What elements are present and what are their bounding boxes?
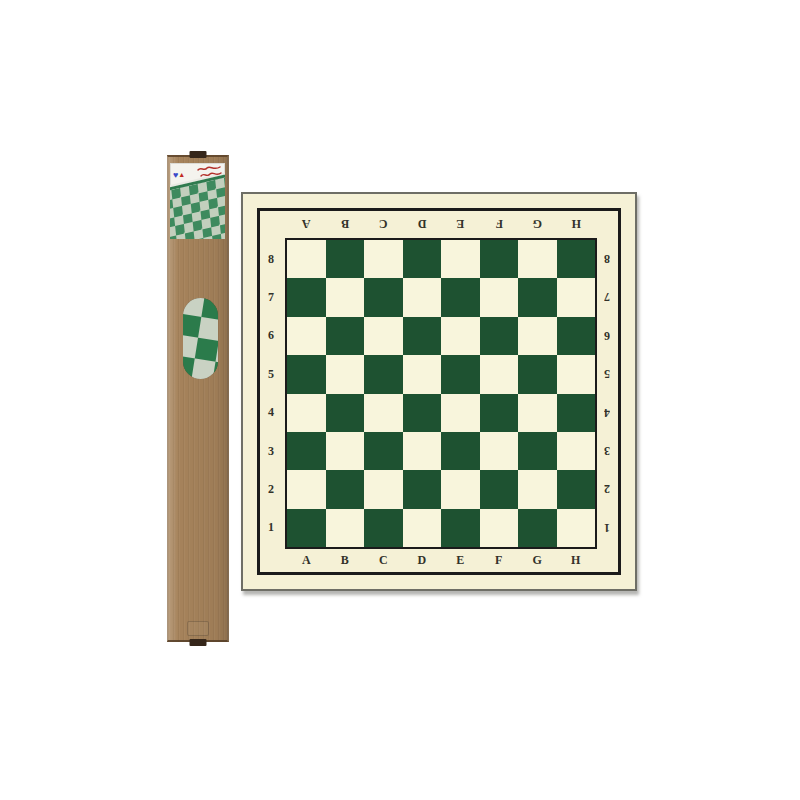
square-e2 xyxy=(441,470,480,508)
packaging-tube: ♥▲ xyxy=(167,155,229,642)
square-d6 xyxy=(403,317,442,355)
tube-top-tab xyxy=(189,151,206,158)
rank-label: 7 xyxy=(595,278,619,316)
product-photo: ♥▲ ABCDEFGH ABCDEFGH 87654321 87654321 xyxy=(0,0,800,800)
square-h1 xyxy=(557,509,596,547)
file-label: A xyxy=(287,548,326,572)
square-e1 xyxy=(441,509,480,547)
square-d7 xyxy=(403,278,442,316)
square-a5 xyxy=(287,355,326,393)
square-a8 xyxy=(287,240,326,278)
square-b5 xyxy=(326,355,365,393)
rank-label: 2 xyxy=(595,470,619,508)
file-label: F xyxy=(480,548,519,572)
file-label: B xyxy=(326,212,365,236)
rank-label: 3 xyxy=(259,432,283,470)
file-label: C xyxy=(364,212,403,236)
tube-emboss-mark xyxy=(187,621,209,636)
square-c3 xyxy=(364,432,403,470)
square-g3 xyxy=(518,432,557,470)
square-b6 xyxy=(326,317,365,355)
square-d3 xyxy=(403,432,442,470)
square-f7 xyxy=(480,278,519,316)
square-h3 xyxy=(557,432,596,470)
square-f5 xyxy=(480,355,519,393)
rank-label: 8 xyxy=(595,240,619,278)
file-label: F xyxy=(480,212,519,236)
brand-logo: ♥▲ xyxy=(173,165,185,181)
square-c2 xyxy=(364,470,403,508)
rank-label: 6 xyxy=(595,317,619,355)
square-g7 xyxy=(518,278,557,316)
rank-label: 6 xyxy=(259,317,283,355)
tube-label: ♥▲ xyxy=(170,163,225,239)
square-f2 xyxy=(480,470,519,508)
square-b1 xyxy=(326,509,365,547)
square-h4 xyxy=(557,394,596,432)
file-label: D xyxy=(403,548,442,572)
square-c1 xyxy=(364,509,403,547)
chess-grid xyxy=(285,238,597,549)
rolled-board-visible xyxy=(183,298,218,379)
file-label: E xyxy=(441,548,480,572)
square-g4 xyxy=(518,394,557,432)
square-c8 xyxy=(364,240,403,278)
file-label: D xyxy=(403,212,442,236)
square-g5 xyxy=(518,355,557,393)
square-d5 xyxy=(403,355,442,393)
square-e6 xyxy=(441,317,480,355)
file-label: A xyxy=(287,212,326,236)
square-a3 xyxy=(287,432,326,470)
square-a1 xyxy=(287,509,326,547)
square-c4 xyxy=(364,394,403,432)
rank-label: 1 xyxy=(595,509,619,547)
square-a6 xyxy=(287,317,326,355)
square-c6 xyxy=(364,317,403,355)
square-f6 xyxy=(480,317,519,355)
rank-label: 4 xyxy=(595,394,619,432)
square-c7 xyxy=(364,278,403,316)
rank-label: 5 xyxy=(595,355,619,393)
rank-label: 7 xyxy=(259,278,283,316)
square-h8 xyxy=(557,240,596,278)
file-label: H xyxy=(557,212,596,236)
square-e7 xyxy=(441,278,480,316)
tube-window-cutout xyxy=(183,298,218,379)
square-b8 xyxy=(326,240,365,278)
square-d1 xyxy=(403,509,442,547)
file-labels-top: ABCDEFGH xyxy=(287,212,595,236)
file-label: E xyxy=(441,212,480,236)
square-b7 xyxy=(326,278,365,316)
square-h7 xyxy=(557,278,596,316)
square-b4 xyxy=(326,394,365,432)
rank-label: 4 xyxy=(259,394,283,432)
square-c5 xyxy=(364,355,403,393)
square-f1 xyxy=(480,509,519,547)
triangle-icon: ▲ xyxy=(178,171,185,178)
square-f4 xyxy=(480,394,519,432)
square-f8 xyxy=(480,240,519,278)
square-e8 xyxy=(441,240,480,278)
square-e3 xyxy=(441,432,480,470)
square-b3 xyxy=(326,432,365,470)
file-label: C xyxy=(364,548,403,572)
file-label: H xyxy=(557,548,596,572)
rank-label: 2 xyxy=(259,470,283,508)
square-h6 xyxy=(557,317,596,355)
rank-labels-left: 87654321 xyxy=(259,240,283,547)
rank-label: 5 xyxy=(259,355,283,393)
square-d8 xyxy=(403,240,442,278)
file-label: G xyxy=(518,212,557,236)
square-d2 xyxy=(403,470,442,508)
rank-label: 3 xyxy=(595,432,619,470)
square-g1 xyxy=(518,509,557,547)
square-b2 xyxy=(326,470,365,508)
brand-script-text xyxy=(196,165,223,180)
square-e5 xyxy=(441,355,480,393)
tube-bottom-tab xyxy=(189,639,206,646)
file-labels-bottom: ABCDEFGH xyxy=(287,548,595,572)
chess-board-mat: ABCDEFGH ABCDEFGH 87654321 87654321 xyxy=(241,192,637,591)
square-f3 xyxy=(480,432,519,470)
file-label: G xyxy=(518,548,557,572)
square-a4 xyxy=(287,394,326,432)
square-g6 xyxy=(518,317,557,355)
rank-label: 8 xyxy=(259,240,283,278)
square-g2 xyxy=(518,470,557,508)
square-e4 xyxy=(441,394,480,432)
square-a7 xyxy=(287,278,326,316)
file-label: B xyxy=(326,548,365,572)
square-d4 xyxy=(403,394,442,432)
square-h5 xyxy=(557,355,596,393)
square-g8 xyxy=(518,240,557,278)
square-a2 xyxy=(287,470,326,508)
rank-label: 1 xyxy=(259,509,283,547)
rank-labels-right: 87654321 xyxy=(595,240,619,547)
square-h2 xyxy=(557,470,596,508)
